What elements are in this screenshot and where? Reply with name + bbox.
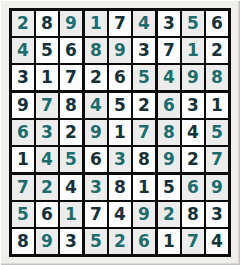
cell-r8-c9[interactable]: 3 [206,202,228,227]
cell-r2-c8[interactable]: 1 [182,38,204,63]
cell-r9-c4[interactable]: 5 [85,229,107,254]
cell-r2-c9[interactable]: 2 [206,38,228,63]
cell-r1-c8[interactable]: 5 [182,11,204,36]
cell-r2-c7[interactable]: 7 [158,38,180,63]
cell-r4-c4[interactable]: 4 [85,93,107,118]
cell-r5-c9[interactable]: 5 [206,120,228,145]
cell-r3-c7[interactable]: 4 [158,65,180,90]
cell-r6-c6[interactable]: 8 [133,147,155,172]
cell-r8-c2[interactable]: 6 [36,202,58,227]
cell-r6-c9[interactable]: 7 [206,147,228,172]
cell-r2-c4[interactable]: 8 [85,38,107,63]
cell-r6-c2[interactable]: 4 [36,147,58,172]
cell-r7-c7[interactable]: 5 [158,175,180,200]
cell-r4-c5[interactable]: 5 [109,93,131,118]
cell-r1-c3[interactable]: 9 [60,11,82,36]
cell-r6-c4[interactable]: 6 [85,147,107,172]
cell-r9-c9[interactable]: 4 [206,229,228,254]
box-4: 978632145 [12,93,82,172]
cell-r8-c1[interactable]: 5 [12,202,34,227]
box-5: 452917638 [85,93,155,172]
cell-r8-c5[interactable]: 4 [109,202,131,227]
cell-r1-c5[interactable]: 7 [109,11,131,36]
cell-r5-c5[interactable]: 1 [109,120,131,145]
cell-r5-c8[interactable]: 4 [182,120,204,145]
box-6: 631845927 [158,93,228,172]
cell-r1-c4[interactable]: 1 [85,11,107,36]
cell-r4-c8[interactable]: 3 [182,93,204,118]
cell-r4-c2[interactable]: 7 [36,93,58,118]
cell-r6-c1[interactable]: 1 [12,147,34,172]
cell-r1-c7[interactable]: 3 [158,11,180,36]
cell-r9-c6[interactable]: 6 [133,229,155,254]
cell-r5-c4[interactable]: 9 [85,120,107,145]
cell-r4-c6[interactable]: 2 [133,93,155,118]
cell-r2-c5[interactable]: 9 [109,38,131,63]
cell-r4-c1[interactable]: 9 [12,93,34,118]
cell-r2-c6[interactable]: 3 [133,38,155,63]
cell-r8-c7[interactable]: 2 [158,202,180,227]
cell-r2-c3[interactable]: 6 [60,38,82,63]
cell-r9-c7[interactable]: 1 [158,229,180,254]
cell-r3-c5[interactable]: 6 [109,65,131,90]
cell-r3-c4[interactable]: 2 [85,65,107,90]
box-2: 174893265 [85,11,155,90]
cell-r8-c4[interactable]: 7 [85,202,107,227]
sudoku-board: 2894563171748932653567124989786321454529… [9,8,231,257]
cell-r8-c6[interactable]: 9 [133,202,155,227]
box-8: 381749526 [85,175,155,254]
cell-r3-c1[interactable]: 3 [12,65,34,90]
cell-r4-c9[interactable]: 1 [206,93,228,118]
box-3: 356712498 [158,11,228,90]
cell-r9-c5[interactable]: 2 [109,229,131,254]
cell-r6-c7[interactable]: 9 [158,147,180,172]
cell-r3-c8[interactable]: 9 [182,65,204,90]
cell-r7-c3[interactable]: 4 [60,175,82,200]
cell-r9-c2[interactable]: 9 [36,229,58,254]
cell-r5-c3[interactable]: 2 [60,120,82,145]
cell-r5-c1[interactable]: 6 [12,120,34,145]
cell-r7-c6[interactable]: 1 [133,175,155,200]
cell-r1-c6[interactable]: 4 [133,11,155,36]
cell-r2-c2[interactable]: 5 [36,38,58,63]
cell-r7-c8[interactable]: 6 [182,175,204,200]
cell-r5-c2[interactable]: 3 [36,120,58,145]
cell-r2-c1[interactable]: 4 [12,38,34,63]
cell-r7-c1[interactable]: 7 [12,175,34,200]
cell-r9-c8[interactable]: 7 [182,229,204,254]
cell-r9-c3[interactable]: 3 [60,229,82,254]
cell-r6-c8[interactable]: 2 [182,147,204,172]
cell-r7-c5[interactable]: 8 [109,175,131,200]
cell-r6-c5[interactable]: 3 [109,147,131,172]
cell-r7-c9[interactable]: 9 [206,175,228,200]
cell-r1-c2[interactable]: 8 [36,11,58,36]
cell-r1-c1[interactable]: 2 [12,11,34,36]
cell-r8-c8[interactable]: 8 [182,202,204,227]
cell-r7-c4[interactable]: 3 [85,175,107,200]
cell-r1-c9[interactable]: 6 [206,11,228,36]
cell-r9-c1[interactable]: 8 [12,229,34,254]
cell-r8-c3[interactable]: 1 [60,202,82,227]
box-7: 724561893 [12,175,82,254]
cell-r3-c9[interactable]: 8 [206,65,228,90]
box-9: 569283174 [158,175,228,254]
cell-r4-c7[interactable]: 6 [158,93,180,118]
box-1: 289456317 [12,11,82,90]
cell-r3-c6[interactable]: 5 [133,65,155,90]
cell-r4-c3[interactable]: 8 [60,93,82,118]
cell-r6-c3[interactable]: 5 [60,147,82,172]
cell-r5-c6[interactable]: 7 [133,120,155,145]
window-background: 2894563171748932653567124989786321454529… [0,0,240,265]
cell-r3-c2[interactable]: 1 [36,65,58,90]
cell-r3-c3[interactable]: 7 [60,65,82,90]
cell-r5-c7[interactable]: 8 [158,120,180,145]
cell-r7-c2[interactable]: 2 [36,175,58,200]
